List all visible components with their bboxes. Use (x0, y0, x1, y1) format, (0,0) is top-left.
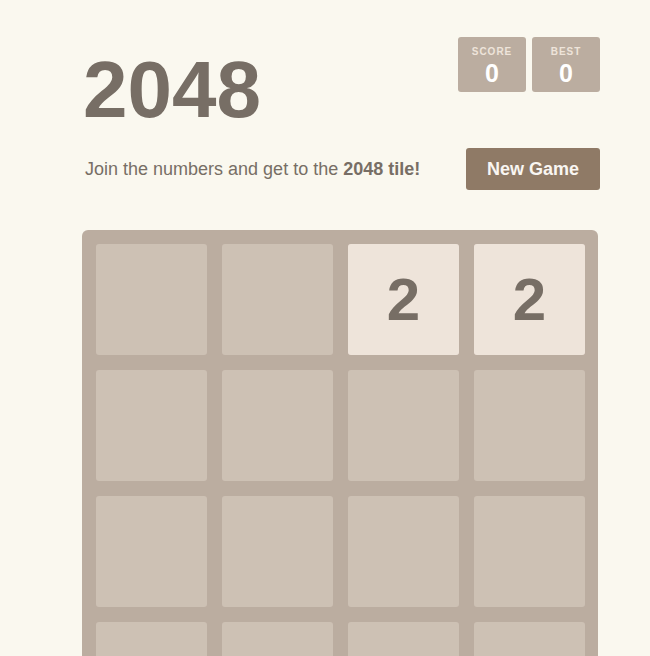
board-cell (96, 496, 207, 607)
board-cell (348, 496, 459, 607)
board-cell (474, 622, 585, 656)
best-box: BEST 0 (532, 37, 600, 92)
new-game-button[interactable]: New Game (466, 148, 600, 190)
board-cell (474, 496, 585, 607)
board-cell (348, 622, 459, 656)
score-panel: SCORE 0 BEST 0 (458, 37, 600, 92)
board-cell (348, 370, 459, 481)
score-box: SCORE 0 (458, 37, 526, 92)
board-cell (96, 622, 207, 656)
tile-2: 2 (348, 244, 459, 355)
board-cell: 2 (348, 244, 459, 355)
intro-text-bold: 2048 tile! (343, 159, 420, 179)
board-cell (222, 370, 333, 481)
board-cell: 2 (474, 244, 585, 355)
best-label: BEST (551, 45, 582, 59)
score-label: SCORE (472, 45, 513, 59)
board-cell (96, 370, 207, 481)
intro-text-normal: Join the numbers and get to the (85, 159, 343, 179)
score-value: 0 (485, 59, 499, 87)
board-cell (222, 496, 333, 607)
game-board[interactable]: 22 (82, 230, 598, 656)
board-cell (474, 370, 585, 481)
game-title: 2048 (83, 50, 261, 130)
board-cell (222, 622, 333, 656)
board-cell (222, 244, 333, 355)
board-cell (96, 244, 207, 355)
tile-2: 2 (474, 244, 585, 355)
best-value: 0 (559, 59, 573, 87)
page-container: 2048 SCORE 0 BEST 0 Join the numbers and… (0, 0, 650, 656)
intro-text: Join the numbers and get to the 2048 til… (85, 157, 420, 181)
